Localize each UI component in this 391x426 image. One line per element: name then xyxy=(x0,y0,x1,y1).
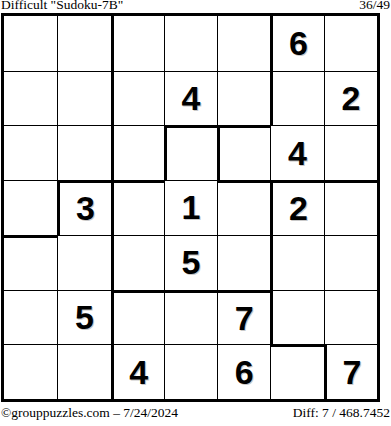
cell-r5c5[interactable] xyxy=(217,235,270,290)
cell-r6c5[interactable]: 7 xyxy=(217,290,270,345)
cell-r3c3[interactable] xyxy=(111,125,164,180)
cell-r3c1[interactable] xyxy=(4,125,57,180)
cell-r2c5[interactable] xyxy=(217,71,270,126)
cell-r4c4[interactable]: 1 xyxy=(164,180,217,235)
sudoku-grid: 6424312557467 xyxy=(1,13,380,402)
difficulty-text: Diff: 7 / 468.7452 xyxy=(293,405,390,420)
cell-r4c7[interactable] xyxy=(324,180,377,235)
cell-r7c3[interactable]: 4 xyxy=(111,344,164,399)
cell-r4c5[interactable] xyxy=(217,180,270,235)
cell-r1c3[interactable] xyxy=(111,16,164,71)
cell-r7c1[interactable] xyxy=(4,344,57,399)
cell-r7c7[interactable]: 7 xyxy=(324,344,377,399)
cell-r5c2[interactable] xyxy=(57,235,110,290)
cell-r2c2[interactable] xyxy=(57,71,110,126)
puzzle-title: Difficult "Sudoku-7B" xyxy=(1,0,123,12)
cell-r3c6[interactable]: 4 xyxy=(270,125,323,180)
cell-r3c5[interactable] xyxy=(217,125,270,180)
cell-r5c3[interactable] xyxy=(111,235,164,290)
cell-r1c5[interactable] xyxy=(217,16,270,71)
cell-r6c7[interactable] xyxy=(324,290,377,345)
cell-r1c7[interactable] xyxy=(324,16,377,71)
cell-r3c7[interactable] xyxy=(324,125,377,180)
cell-r4c1[interactable] xyxy=(4,180,57,235)
header: Difficult "Sudoku-7B" 36/49 xyxy=(1,0,390,12)
puzzle-page: Difficult "Sudoku-7B" 36/49 642431255746… xyxy=(0,0,391,426)
cell-r3c2[interactable] xyxy=(57,125,110,180)
cell-r2c3[interactable] xyxy=(111,71,164,126)
cell-r7c6[interactable] xyxy=(270,344,323,399)
cell-r2c4[interactable]: 4 xyxy=(164,71,217,126)
cell-r5c1[interactable] xyxy=(4,235,57,290)
cell-r6c2[interactable]: 5 xyxy=(57,290,110,345)
cell-r4c6[interactable]: 2 xyxy=(270,180,323,235)
cell-r4c2[interactable]: 3 xyxy=(57,180,110,235)
cell-r7c5[interactable]: 6 xyxy=(217,344,270,399)
cell-r5c4[interactable]: 5 xyxy=(164,235,217,290)
cell-r7c2[interactable] xyxy=(57,344,110,399)
cell-r1c2[interactable] xyxy=(57,16,110,71)
copyright-text: ©grouppuzzles.com – 7/24/2024 xyxy=(1,405,178,420)
cell-r6c3[interactable] xyxy=(111,290,164,345)
cell-r5c7[interactable] xyxy=(324,235,377,290)
cell-r1c6[interactable]: 6 xyxy=(270,16,323,71)
cell-r6c1[interactable] xyxy=(4,290,57,345)
cell-r6c4[interactable] xyxy=(164,290,217,345)
cell-r4c3[interactable] xyxy=(111,180,164,235)
cell-r3c4[interactable] xyxy=(164,125,217,180)
cell-r2c1[interactable] xyxy=(4,71,57,126)
cell-r1c1[interactable] xyxy=(4,16,57,71)
cell-r7c4[interactable] xyxy=(164,344,217,399)
cell-r2c7[interactable]: 2 xyxy=(324,71,377,126)
cell-r5c6[interactable] xyxy=(270,235,323,290)
footer: ©grouppuzzles.com – 7/24/2024 Diff: 7 / … xyxy=(1,405,390,420)
cell-r1c4[interactable] xyxy=(164,16,217,71)
cell-r2c6[interactable] xyxy=(270,71,323,126)
puzzle-counter: 36/49 xyxy=(359,0,390,12)
cell-r6c6[interactable] xyxy=(270,290,323,345)
